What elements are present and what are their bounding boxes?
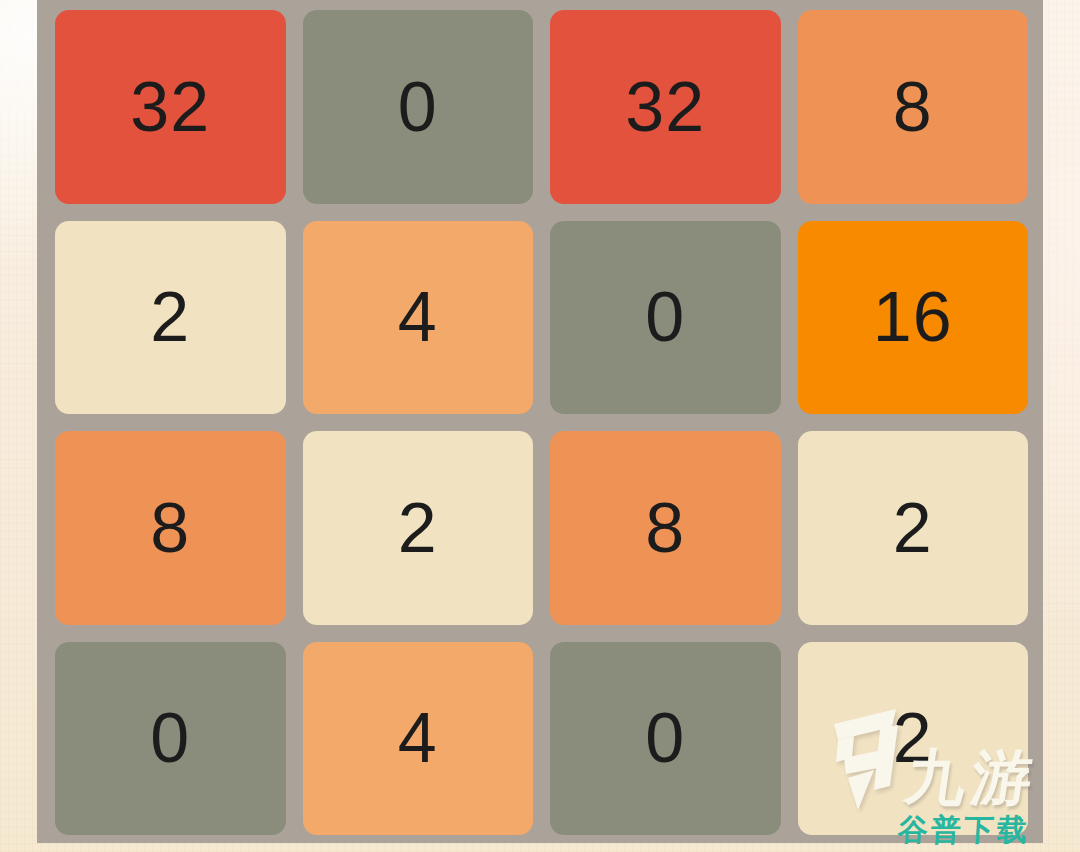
tile-r3c2-value-2: 2 [303, 431, 534, 625]
tile-r4c3-value-0: 0 [550, 642, 781, 836]
tile-r1c4-value-8: 8 [798, 10, 1029, 204]
tile-r1c1-value-32: 32 [55, 10, 286, 204]
tile-r2c4-value-16: 16 [798, 221, 1029, 415]
tile-r2c2-value-4: 4 [303, 221, 534, 415]
page-background: 3203282401682820402 九游 谷普下载 [0, 0, 1080, 852]
tile-r1c2-value-0: 0 [303, 10, 534, 204]
tile-r3c3-value-8: 8 [550, 431, 781, 625]
tile-r3c1-value-8: 8 [55, 431, 286, 625]
tile-r3c4-value-2: 2 [798, 431, 1029, 625]
tile-r4c4-value-2: 2 [798, 642, 1029, 836]
board-2048[interactable]: 3203282401682820402 [37, 0, 1043, 843]
tile-r4c2-value-4: 4 [303, 642, 534, 836]
tile-r2c3-value-0: 0 [550, 221, 781, 415]
tile-r1c3-value-32: 32 [550, 10, 781, 204]
tile-grid: 3203282401682820402 [55, 10, 1028, 835]
tile-r2c1-value-2: 2 [55, 221, 286, 415]
tile-r4c1-value-0: 0 [55, 642, 286, 836]
